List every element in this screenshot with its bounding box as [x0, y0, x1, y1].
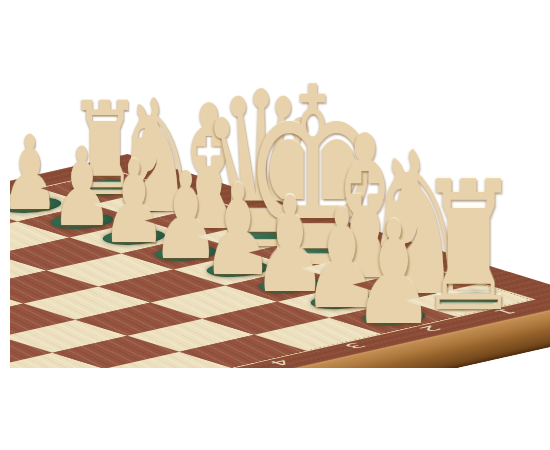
chess-board: ♟♜♟♞♟♝♟♛♟♚♟♝♟♞♟♜ 8 7 6 5 4 3 2 1 — [0, 154, 550, 368]
board-squares: ♟♜♟♞♟♝♟♛♟♚♟♝♟♞♟♜ — [0, 171, 531, 368]
chess-set-photo: ♟♜♟♞♟♝♟♛♟♚♟♝♟♞♟♜ 8 7 6 5 4 3 2 1 — [0, 0, 550, 450]
photo-margin — [0, 0, 10, 368]
photo-frame: ♟♜♟♞♟♝♟♛♟♚♟♝♟♞♟♜ 8 7 6 5 4 3 2 1 — [0, 0, 550, 368]
